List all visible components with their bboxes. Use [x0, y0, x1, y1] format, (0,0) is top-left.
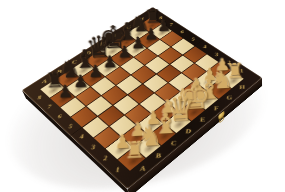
coordinate-label: H	[133, 15, 150, 23]
coordinate-label: E	[93, 39, 112, 48]
scene: ABCDEFGH ABCDEFGH 87654321 87654321 ♜♞♝♛…	[0, 0, 285, 192]
piece-black-pawn[interactable]: ♟	[46, 82, 85, 101]
coordinate-label: C	[65, 57, 85, 67]
chess-board: ABCDEFGH ABCDEFGH 87654321 87654321 ♜♞♝♛…	[22, 7, 262, 189]
coordinate-label: G	[120, 23, 138, 32]
coordinate-label: D	[79, 48, 98, 57]
brass-latch-icon	[218, 110, 226, 123]
piece-white-rook[interactable]: ♜	[113, 138, 156, 164]
coordinate-label: 4	[199, 41, 212, 53]
board-squares: ♜♞♝♛♚♝♞♜♟♟♟♟♟♟♟♟♟♟♟♟♟♟♟♟♜♞♝♛♚♝♞♜	[40, 17, 243, 170]
coordinate-label: 5	[187, 33, 200, 45]
coordinate-label: 3	[210, 48, 223, 61]
product-photo: ABCDEFGH ABCDEFGH 87654321 87654321 ♜♞♝♛…	[0, 0, 285, 192]
board-frame: ABCDEFGH ABCDEFGH 87654321 87654321 ♜♞♝♛…	[22, 7, 262, 189]
coordinate-label: F	[107, 31, 125, 40]
